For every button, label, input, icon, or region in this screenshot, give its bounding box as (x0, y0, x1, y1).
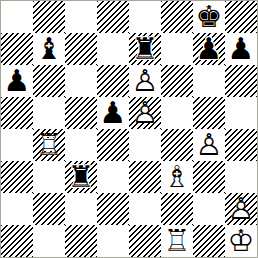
piece-white-bishop-f3: ♗ (161, 161, 193, 193)
piece-fill-backing: ♜ (33, 129, 65, 161)
square-g8[interactable]: ♚ (193, 1, 225, 33)
square-e7[interactable]: ♜ (129, 33, 161, 65)
square-d1[interactable] (97, 225, 129, 257)
square-c3[interactable]: ♜ (65, 161, 97, 193)
square-e5[interactable]: ♟♙ (129, 97, 161, 129)
piece-white-rook-f1: ♖ (161, 225, 193, 257)
square-a4[interactable] (1, 129, 33, 161)
square-h1[interactable]: ♚♔ (225, 225, 257, 257)
square-g7[interactable]: ♟ (193, 33, 225, 65)
square-d5[interactable]: ♟ (97, 97, 129, 129)
piece-black-king-g8: ♚ (193, 1, 225, 33)
square-f2[interactable] (161, 193, 193, 225)
square-h3[interactable] (225, 161, 257, 193)
square-d4[interactable] (97, 129, 129, 161)
square-h7[interactable]: ♟ (225, 33, 257, 65)
piece-fill-backing: ♟ (193, 129, 225, 161)
square-e1[interactable] (129, 225, 161, 257)
square-d8[interactable] (97, 1, 129, 33)
piece-black-rook-c3: ♜ (65, 161, 97, 193)
square-h2[interactable]: ♟♙ (225, 193, 257, 225)
square-g5[interactable] (193, 97, 225, 129)
square-e8[interactable] (129, 1, 161, 33)
square-a7[interactable] (1, 33, 33, 65)
square-b5[interactable] (33, 97, 65, 129)
piece-fill-backing: ♚ (225, 225, 257, 257)
square-a5[interactable] (1, 97, 33, 129)
square-b3[interactable] (33, 161, 65, 193)
square-d7[interactable] (97, 33, 129, 65)
piece-black-rook-e7: ♜ (129, 33, 161, 65)
square-f7[interactable] (161, 33, 193, 65)
square-g6[interactable] (193, 65, 225, 97)
square-b2[interactable] (33, 193, 65, 225)
square-f8[interactable] (161, 1, 193, 33)
piece-white-king-h1: ♔ (225, 225, 257, 257)
square-d2[interactable] (97, 193, 129, 225)
square-g4[interactable]: ♟♙ (193, 129, 225, 161)
square-e4[interactable] (129, 129, 161, 161)
piece-black-pawn-a6: ♟ (1, 65, 33, 97)
square-d6[interactable] (97, 65, 129, 97)
piece-black-pawn-g7: ♟ (193, 33, 225, 65)
square-a1[interactable] (1, 225, 33, 257)
square-c7[interactable] (65, 33, 97, 65)
square-a8[interactable] (1, 1, 33, 33)
square-b1[interactable] (33, 225, 65, 257)
piece-white-pawn-e6: ♙ (129, 65, 161, 97)
piece-white-pawn-e5: ♙ (129, 97, 161, 129)
square-h8[interactable] (225, 1, 257, 33)
square-f4[interactable] (161, 129, 193, 161)
piece-fill-backing: ♜ (161, 225, 193, 257)
square-c2[interactable] (65, 193, 97, 225)
piece-black-pawn-d5: ♟ (97, 97, 129, 129)
square-e6[interactable]: ♟♙ (129, 65, 161, 97)
square-e3[interactable] (129, 161, 161, 193)
square-g3[interactable] (193, 161, 225, 193)
square-h4[interactable] (225, 129, 257, 161)
chess-board: ♚♝♜♟♟♟♟♙♟♟♙♜♖♟♙♜♝♗♟♙♜♖♚♔ (0, 0, 258, 258)
square-c1[interactable] (65, 225, 97, 257)
piece-fill-backing: ♝ (161, 161, 193, 193)
piece-black-pawn-h7: ♟ (225, 33, 257, 65)
square-a3[interactable] (1, 161, 33, 193)
square-b6[interactable] (33, 65, 65, 97)
square-a2[interactable] (1, 193, 33, 225)
square-e2[interactable] (129, 193, 161, 225)
square-f1[interactable]: ♜♖ (161, 225, 193, 257)
piece-fill-backing: ♟ (129, 65, 161, 97)
square-b8[interactable] (33, 1, 65, 33)
square-c8[interactable] (65, 1, 97, 33)
square-d3[interactable] (97, 161, 129, 193)
square-f5[interactable] (161, 97, 193, 129)
square-c6[interactable] (65, 65, 97, 97)
square-h5[interactable] (225, 97, 257, 129)
piece-white-pawn-h2: ♙ (225, 193, 257, 225)
square-f6[interactable] (161, 65, 193, 97)
square-b7[interactable]: ♝ (33, 33, 65, 65)
square-f3[interactable]: ♝♗ (161, 161, 193, 193)
piece-white-rook-b4: ♖ (33, 129, 65, 161)
piece-black-bishop-b7: ♝ (33, 33, 65, 65)
square-a6[interactable]: ♟ (1, 65, 33, 97)
piece-white-pawn-g4: ♙ (193, 129, 225, 161)
square-g2[interactable] (193, 193, 225, 225)
piece-fill-backing: ♟ (129, 97, 161, 129)
square-g1[interactable] (193, 225, 225, 257)
square-c5[interactable] (65, 97, 97, 129)
piece-fill-backing: ♟ (225, 193, 257, 225)
square-c4[interactable] (65, 129, 97, 161)
square-b4[interactable]: ♜♖ (33, 129, 65, 161)
square-h6[interactable] (225, 65, 257, 97)
